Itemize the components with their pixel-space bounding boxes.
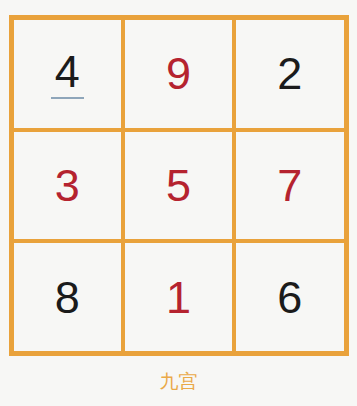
cell-r2c3: 7 <box>236 132 343 240</box>
cell-r3c2: 1 <box>125 243 232 351</box>
cell-number: 3 <box>55 163 80 208</box>
cell-number: 4 <box>51 49 84 99</box>
cell-number: 8 <box>55 275 80 320</box>
cell-number: 6 <box>277 275 302 320</box>
cell-r1c1: 4 <box>14 20 121 128</box>
cell-number: 2 <box>277 51 302 96</box>
cell-number: 1 <box>166 275 191 320</box>
board-caption: 九宫 <box>0 369 357 395</box>
cell-r2c1: 3 <box>14 132 121 240</box>
cell-r1c2: 9 <box>125 20 232 128</box>
cell-number: 9 <box>166 51 191 96</box>
cell-r2c2: 5 <box>125 132 232 240</box>
cell-r3c1: 8 <box>14 243 121 351</box>
cell-r1c3: 2 <box>236 20 343 128</box>
magic-square-board: 492357816 <box>9 15 349 356</box>
cell-number: 5 <box>166 163 191 208</box>
cell-r3c3: 6 <box>236 243 343 351</box>
cell-number: 7 <box>277 163 302 208</box>
